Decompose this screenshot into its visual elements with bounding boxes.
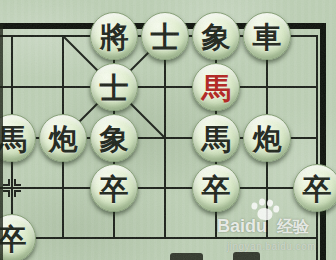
piece-black-horse[interactable]: 馬 [0,114,36,162]
piece-glyph: 炮 [253,125,282,154]
piece-glyph: 馬 [0,125,27,154]
piece-glyph: 卒 [100,175,129,204]
piece-glyph: 卒 [202,175,231,204]
piece-glyph: 士 [151,23,180,52]
piece-black-cannon[interactable]: 炮 [39,114,87,162]
piece-black-soldier[interactable]: 卒 [90,164,138,212]
piece-black-soldier[interactable]: 卒 [0,214,36,260]
piece-black-advisor[interactable]: 士 [90,63,138,111]
piece-glyph: 卒 [303,175,332,204]
piece-glyph: 象 [202,23,231,52]
piece-glyph: 卒 [0,225,27,254]
piece-glyph: 象 [100,125,129,154]
piece-black-elephant[interactable]: 象 [90,114,138,162]
piece-glyph: 士 [100,74,129,103]
river-text-fragment [233,252,260,260]
piece-glyph: 馬 [202,125,231,154]
piece-black-horse[interactable]: 馬 [192,114,240,162]
piece-black-general[interactable]: 將 [90,12,138,60]
piece-black-advisor[interactable]: 士 [141,12,189,60]
piece-black-soldier[interactable]: 卒 [293,164,336,212]
river-text-fragment [170,253,203,260]
piece-glyph: 炮 [49,125,78,154]
piece-glyph: 馬 [202,74,231,103]
piece-black-chariot[interactable]: 車 [243,12,291,60]
piece-black-cannon[interactable]: 炮 [243,114,291,162]
piece-glyph: 車 [253,23,282,52]
piece-black-elephant[interactable]: 象 [192,12,240,60]
piece-black-soldier[interactable]: 卒 [192,164,240,212]
pieces-layer: 將士象車士馬馬炮象馬炮卒卒卒卒 [0,0,336,260]
piece-glyph: 將 [100,23,129,52]
piece-red-horse[interactable]: 馬 [192,63,240,111]
xiangqi-screenshot: { "game": "xiangqi", "title": "Xiangqi (… [0,0,336,260]
left-crop-edge [0,24,3,260]
